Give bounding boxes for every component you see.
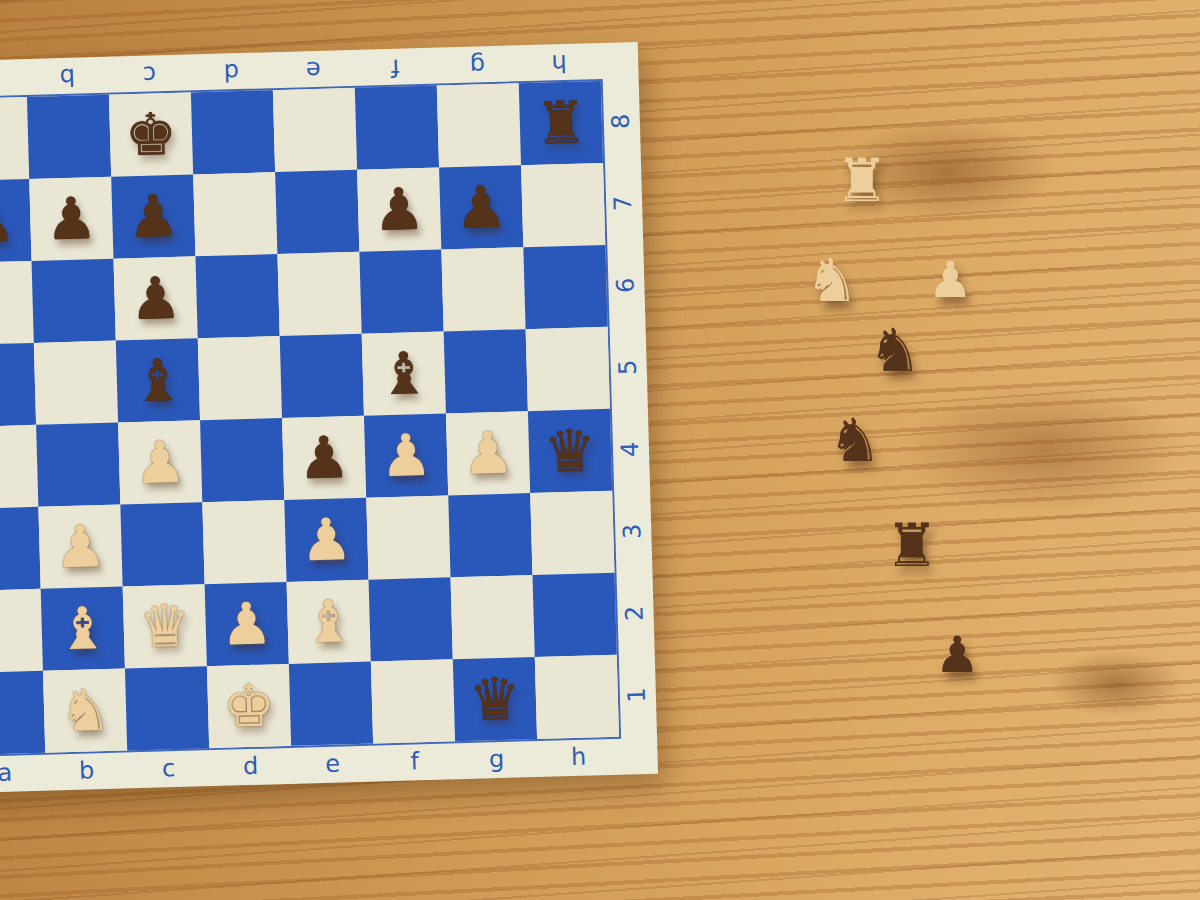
board-squares: ♚♜♟♟♟♟♟♟♝♝♟♟♟♟♛♟♟♝♛♟♝♞♚♛ [0,81,619,755]
square-b5[interactable] [34,341,118,425]
white-knight[interactable]: ♞ [58,681,112,740]
square-f1[interactable] [371,659,455,743]
square-d3[interactable] [202,500,286,584]
square-g6[interactable] [441,247,525,331]
square-a8[interactable] [0,97,29,181]
board-corner [619,736,658,775]
square-g1[interactable]: ♛ [453,657,537,741]
square-g2[interactable] [451,575,535,659]
square-e4[interactable]: ♟ [282,416,366,500]
square-d7[interactable] [193,172,277,256]
white-king[interactable]: ♚ [222,676,276,735]
square-f5[interactable]: ♝ [362,331,446,415]
file-label-bottom-e: e [291,744,374,784]
square-b1[interactable]: ♞ [43,668,127,752]
rank-label-right-3: 3 [591,511,674,551]
board-corner [600,42,639,81]
file-label-top-h: h [518,43,601,83]
rank-label-right-2: 2 [593,593,676,633]
square-c4[interactable]: ♟ [118,420,202,504]
square-a5[interactable] [0,343,36,427]
file-label-bottom-f: f [373,741,456,781]
square-e6[interactable] [277,252,361,336]
file-label-top-c: c [108,54,191,94]
square-f4[interactable]: ♟ [364,413,448,497]
square-f2[interactable] [369,577,453,661]
file-label-bottom-d: d [209,746,292,786]
square-f7[interactable]: ♟ [357,168,441,252]
square-b3[interactable]: ♟ [38,505,122,589]
captured-black-pawn[interactable]: ♟ [935,630,980,680]
square-e1[interactable] [289,662,373,746]
square-a2[interactable] [0,589,43,673]
white-bishop[interactable]: ♝ [302,592,356,651]
square-g7[interactable]: ♟ [439,165,523,249]
square-b6[interactable] [32,259,116,343]
square-c3[interactable] [120,502,204,586]
rank-label-right-6: 6 [584,265,667,305]
captured-black-knight[interactable]: ♞ [828,410,882,470]
file-label-top-d: d [190,52,273,92]
black-pawn[interactable]: ♟ [127,187,181,246]
black-king[interactable]: ♚ [124,105,178,164]
white-pawn[interactable]: ♟ [133,433,187,492]
square-g3[interactable] [448,493,532,577]
black-pawn[interactable]: ♟ [0,191,16,250]
file-label-bottom-g: g [455,739,538,779]
rank-label-right-8: 8 [579,101,662,141]
square-c5[interactable]: ♝ [116,338,200,422]
square-e7[interactable] [275,170,359,254]
black-pawn[interactable]: ♟ [372,180,426,239]
rank-label-right-1: 1 [595,675,678,715]
file-label-top-g: g [436,45,519,85]
white-pawn[interactable]: ♟ [461,424,515,483]
square-c6[interactable]: ♟ [113,256,197,340]
square-a6[interactable] [0,261,34,345]
file-label-top-b: b [26,57,109,97]
square-a3[interactable] [0,507,41,591]
square-c8[interactable]: ♚ [109,92,193,176]
square-d4[interactable] [200,418,284,502]
square-e2[interactable]: ♝ [287,580,371,664]
square-f3[interactable] [366,495,450,579]
white-pawn[interactable]: ♟ [220,594,274,653]
black-bishop[interactable]: ♝ [131,351,185,410]
black-pawn[interactable]: ♟ [297,428,351,487]
square-e5[interactable] [280,334,364,418]
file-label-bottom-a: a [0,753,46,793]
square-g5[interactable] [444,329,528,413]
white-pawn[interactable]: ♟ [300,510,354,569]
rank-label-right-4: 4 [588,429,671,469]
square-b2[interactable]: ♝ [41,587,125,671]
black-bishop[interactable]: ♝ [377,344,431,403]
square-c1[interactable] [125,666,209,750]
captured-white-knight[interactable]: ♞ [805,250,859,310]
file-label-top-f: f [354,48,437,88]
captured-white-pawn[interactable]: ♟ [928,255,973,305]
square-d5[interactable] [198,336,282,420]
captured-black-rook[interactable]: ♜ [885,515,939,575]
square-d6[interactable] [195,254,279,338]
chess-board: ♚♜♟♟♟♟♟♟♝♝♟♟♟♟♛♟♟♝♛♟♝♞♚♛ abcdefghabcdefg… [0,42,658,794]
rank-label-right-7: 7 [582,183,665,223]
square-b8[interactable] [27,95,111,179]
square-a4[interactable] [0,425,38,509]
square-g8[interactable] [437,83,521,167]
file-label-top-e: e [272,50,355,90]
square-d8[interactable] [191,90,275,174]
square-c2[interactable]: ♛ [123,584,207,668]
captured-white-rook[interactable]: ♜ [835,150,889,210]
black-pawn[interactable]: ♟ [45,189,99,248]
square-d1[interactable]: ♚ [207,664,291,748]
white-pawn[interactable]: ♟ [54,517,108,576]
white-queen[interactable]: ♛ [138,597,192,656]
white-bishop[interactable]: ♝ [56,599,110,658]
black-pawn[interactable]: ♟ [129,269,183,328]
square-g4[interactable]: ♟ [446,411,530,495]
captured-black-knight[interactable]: ♞ [868,320,922,380]
file-label-bottom-b: b [45,750,128,790]
square-a1[interactable] [0,671,45,755]
square-f6[interactable] [359,249,443,333]
square-b4[interactable] [36,423,120,507]
rank-label-right-5: 5 [586,347,669,387]
black-queen[interactable]: ♛ [468,669,522,728]
square-e8[interactable] [273,88,357,172]
file-label-top-a: a [0,59,27,99]
file-label-bottom-h: h [537,737,620,777]
square-b7[interactable]: ♟ [29,177,113,261]
square-c7[interactable]: ♟ [111,174,195,258]
file-label-bottom-c: c [127,748,210,788]
square-d2[interactable]: ♟ [205,582,289,666]
board-frame: ♚♜♟♟♟♟♟♟♝♝♟♟♟♟♛♟♟♝♛♟♝♞♚♛ abcdefghabcdefg… [0,42,658,794]
black-pawn[interactable]: ♟ [454,178,508,237]
square-e3[interactable]: ♟ [284,498,368,582]
square-a7[interactable]: ♟ [0,179,32,263]
white-pawn[interactable]: ♟ [379,426,433,485]
square-f8[interactable] [355,86,439,170]
